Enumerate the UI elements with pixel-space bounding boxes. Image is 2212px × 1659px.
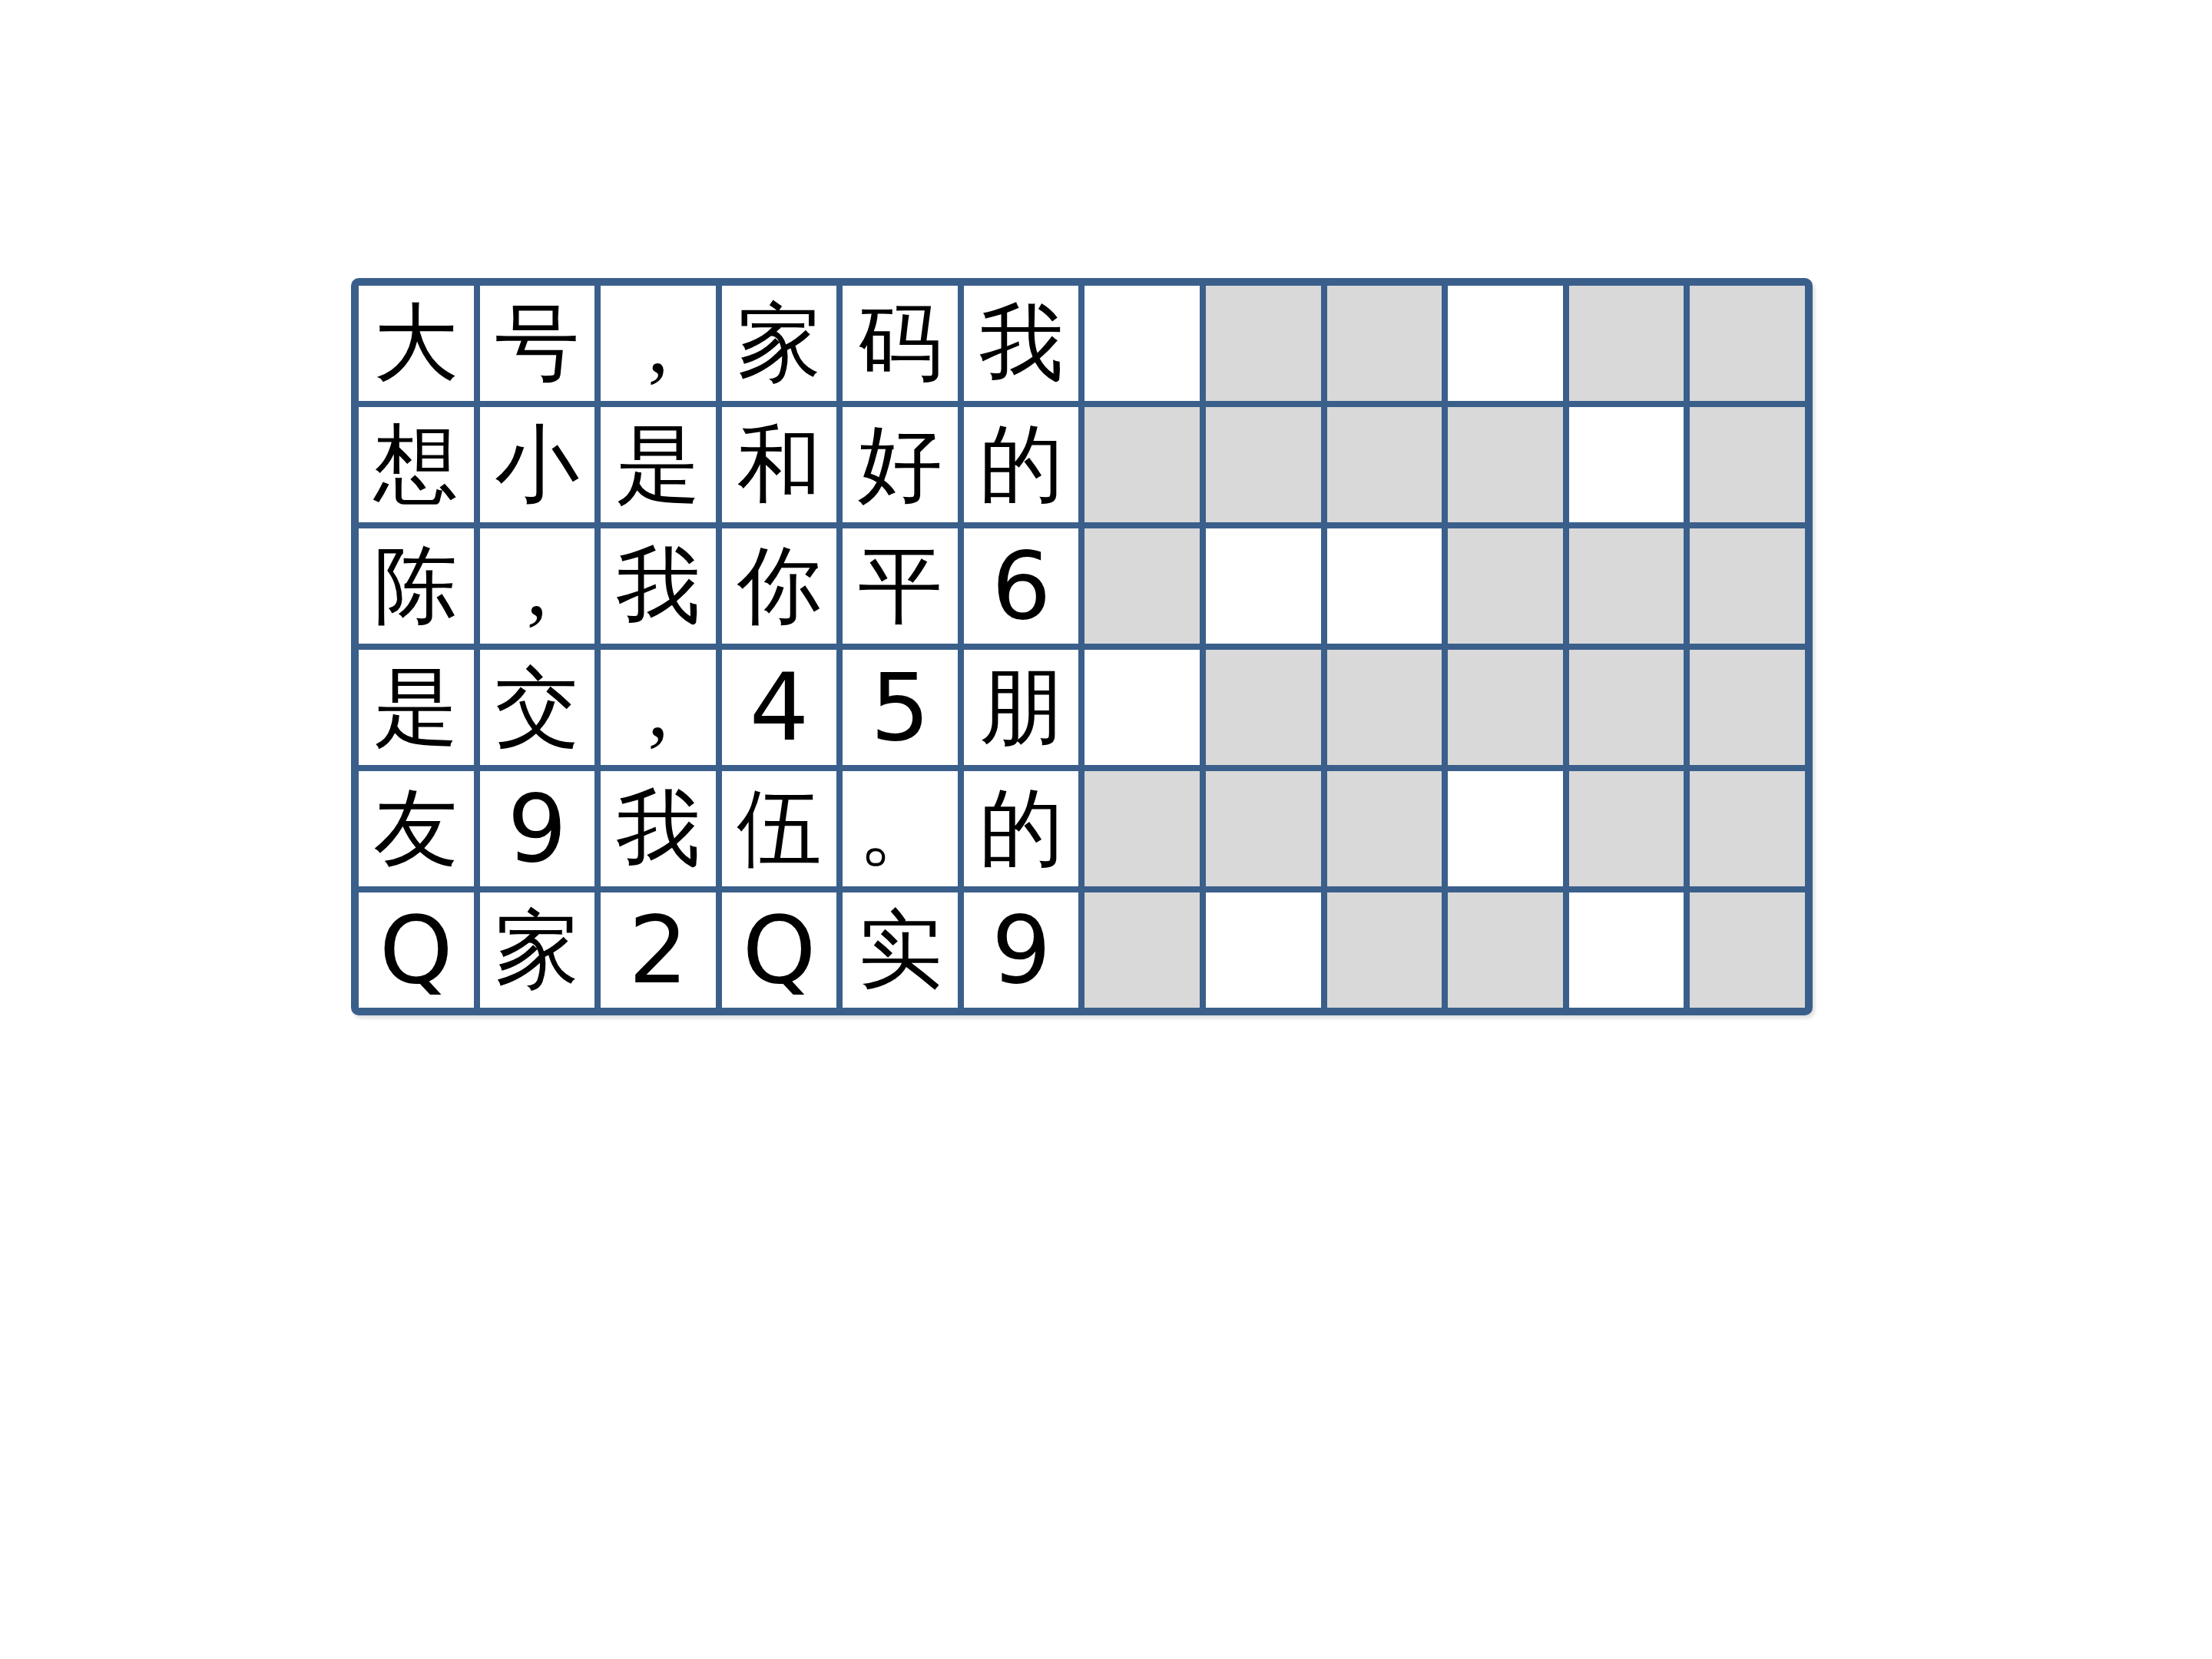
cell-text: 交: [495, 665, 579, 750]
cell-r1c7[interactable]: [1084, 286, 1200, 401]
cell-r2c11[interactable]: [1569, 407, 1684, 522]
cell-r1c6[interactable]: 我: [964, 286, 1079, 401]
cell-r3c2[interactable]: ,: [480, 528, 595, 644]
cell-r1c8[interactable]: [1206, 286, 1321, 401]
cell-r3c6[interactable]: 6: [964, 528, 1079, 644]
cell-r2c9[interactable]: [1327, 407, 1442, 522]
cell-r1c10[interactable]: [1448, 286, 1563, 401]
cell-r5c7[interactable]: [1084, 771, 1200, 886]
cell-r6c2[interactable]: 家: [480, 892, 595, 1008]
cell-r1c9[interactable]: [1327, 286, 1442, 401]
cell-text: 的: [979, 422, 1064, 507]
cell-text: 我: [616, 786, 700, 871]
cell-text: 家: [737, 301, 822, 386]
cell-r3c11[interactable]: [1569, 528, 1684, 644]
cell-r4c4[interactable]: 4: [722, 650, 837, 765]
page: 大号,家码我想小是和好的陈,我你平6是交,45朋友9我伍。的Q家2Q实9: [0, 0, 2212, 1659]
cell-text: 和: [737, 422, 822, 507]
cell-text: ,: [647, 301, 669, 386]
cell-r1c2[interactable]: 号: [480, 286, 595, 401]
cell-text: Q: [743, 903, 816, 997]
cell-r4c10[interactable]: [1448, 650, 1563, 765]
cell-text: 你: [737, 544, 822, 628]
cell-r1c3[interactable]: ,: [601, 286, 716, 401]
cell-text: 朋: [979, 665, 1064, 750]
cell-text: 4: [750, 661, 810, 754]
cell-r1c5[interactable]: 码: [843, 286, 958, 401]
cell-r5c5[interactable]: 。: [843, 771, 958, 886]
cell-text: 是: [616, 422, 700, 507]
cell-r4c2[interactable]: 交: [480, 650, 595, 765]
cell-r5c12[interactable]: [1690, 771, 1805, 886]
cell-text: 码: [858, 301, 942, 386]
cell-r2c7[interactable]: [1084, 407, 1200, 522]
cell-r1c4[interactable]: 家: [722, 286, 837, 401]
cell-text: ,: [647, 665, 669, 750]
cell-text: 小: [495, 422, 579, 507]
cell-r6c11[interactable]: [1569, 892, 1684, 1008]
cell-text: 。: [858, 786, 942, 871]
cell-text: 平: [858, 544, 942, 628]
cell-r2c10[interactable]: [1448, 407, 1563, 522]
cell-text: 6: [992, 539, 1051, 633]
cell-r6c7[interactable]: [1084, 892, 1200, 1008]
cell-text: 想: [374, 422, 459, 507]
cell-r1c1[interactable]: 大: [359, 286, 474, 401]
cell-text: 大: [374, 301, 459, 386]
cell-text: 陈: [374, 544, 459, 628]
cell-r3c9[interactable]: [1327, 528, 1442, 644]
cell-r3c10[interactable]: [1448, 528, 1563, 644]
cell-r6c5[interactable]: 实: [843, 892, 958, 1008]
cell-text: 5: [870, 661, 930, 754]
cell-r4c12[interactable]: [1690, 650, 1805, 765]
cell-r1c11[interactable]: [1569, 286, 1684, 401]
cell-r5c6[interactable]: 的: [964, 771, 1079, 886]
cell-r5c1[interactable]: 友: [359, 771, 474, 886]
cell-r4c9[interactable]: [1327, 650, 1442, 765]
cell-r2c2[interactable]: 小: [480, 407, 595, 522]
cell-r5c4[interactable]: 伍: [722, 771, 837, 886]
cell-r3c12[interactable]: [1690, 528, 1805, 644]
cell-r3c1[interactable]: 陈: [359, 528, 474, 644]
cell-r2c8[interactable]: [1206, 407, 1321, 522]
cell-r2c5[interactable]: 好: [843, 407, 958, 522]
cell-text: ,: [527, 544, 548, 628]
cell-r3c3[interactable]: 我: [601, 528, 716, 644]
cell-r2c1[interactable]: 想: [359, 407, 474, 522]
cell-r6c6[interactable]: 9: [964, 892, 1079, 1008]
cell-r2c3[interactable]: 是: [601, 407, 716, 522]
cell-r2c4[interactable]: 和: [722, 407, 837, 522]
cell-r6c9[interactable]: [1327, 892, 1442, 1008]
cell-text: 是: [374, 665, 459, 750]
cell-text: 9: [508, 782, 568, 876]
cell-text: 号: [495, 301, 579, 386]
cell-r2c6[interactable]: 的: [964, 407, 1079, 522]
cell-r3c4[interactable]: 你: [722, 528, 837, 644]
cell-r6c12[interactable]: [1690, 892, 1805, 1008]
cell-r4c7[interactable]: [1084, 650, 1200, 765]
cell-r4c1[interactable]: 是: [359, 650, 474, 765]
cell-text: 好: [858, 422, 942, 507]
cell-r1c12[interactable]: [1690, 286, 1805, 401]
cell-r5c3[interactable]: 我: [601, 771, 716, 886]
cell-r3c5[interactable]: 平: [843, 528, 958, 644]
cell-text: 我: [979, 301, 1064, 386]
cell-text: 的: [979, 786, 1064, 871]
cell-r6c4[interactable]: Q: [722, 892, 837, 1008]
cell-r4c8[interactable]: [1206, 650, 1321, 765]
cell-text: 家: [495, 908, 579, 992]
cell-r2c12[interactable]: [1690, 407, 1805, 522]
cell-r6c8[interactable]: [1206, 892, 1321, 1008]
cell-text: 伍: [737, 786, 822, 871]
cell-r6c3[interactable]: 2: [601, 892, 716, 1008]
cell-r3c7[interactable]: [1084, 528, 1200, 644]
cell-r4c11[interactable]: [1569, 650, 1684, 765]
cell-text: 我: [616, 544, 700, 628]
cell-text: 2: [628, 903, 688, 997]
cell-r5c11[interactable]: [1569, 771, 1684, 886]
cell-r5c9[interactable]: [1327, 771, 1442, 886]
cell-r4c3[interactable]: ,: [601, 650, 716, 765]
cell-text: 9: [992, 903, 1051, 997]
cell-r6c10[interactable]: [1448, 892, 1563, 1008]
cell-text: 友: [374, 786, 459, 871]
cell-r5c8[interactable]: [1206, 771, 1321, 886]
cell-text: 实: [858, 908, 942, 992]
cell-r6c1[interactable]: Q: [359, 892, 474, 1008]
cell-r4c5[interactable]: 5: [843, 650, 958, 765]
cell-r5c2[interactable]: 9: [480, 771, 595, 886]
cell-r5c10[interactable]: [1448, 771, 1563, 886]
cell-text: Q: [379, 903, 453, 997]
cell-r3c8[interactable]: [1206, 528, 1321, 644]
cell-r4c6[interactable]: 朋: [964, 650, 1079, 765]
puzzle-grid: 大号,家码我想小是和好的陈,我你平6是交,45朋友9我伍。的Q家2Q实9: [351, 278, 1813, 1015]
